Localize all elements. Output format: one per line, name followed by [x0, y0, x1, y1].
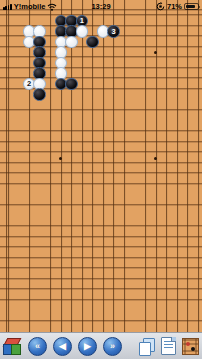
star-point — [59, 157, 62, 160]
star-point — [154, 157, 157, 160]
last-move-button[interactable]: » — [103, 337, 122, 356]
carrier-label: Y!mobile — [14, 2, 46, 11]
app-cube-icon[interactable] — [3, 337, 21, 355]
status-left: Y!mobile — [3, 2, 57, 11]
playback-controls: «◀▶» — [28, 337, 122, 356]
battery-icon — [184, 3, 199, 10]
move-number-label: 1 — [80, 17, 84, 25]
move-number-label: 2 — [27, 80, 31, 88]
toolbar-right — [139, 337, 199, 355]
document-icon[interactable] — [161, 337, 176, 355]
pages-icon[interactable] — [139, 338, 155, 355]
white-stone[interactable] — [76, 25, 89, 38]
white-stone[interactable] — [65, 36, 78, 49]
orientation-lock-icon — [156, 2, 165, 11]
next-move-button[interactable]: ▶ — [78, 337, 97, 356]
go-board[interactable]: 132 — [0, 0, 202, 332]
star-point — [154, 51, 157, 54]
toolbar: «◀▶» — [0, 332, 202, 359]
black-stone[interactable] — [86, 36, 99, 49]
black-stone[interactable]: 3 — [107, 25, 120, 38]
black-stone[interactable] — [33, 88, 46, 101]
move-number-label: 3 — [112, 28, 116, 36]
battery-percent: 71% — [167, 2, 182, 11]
status-bar: Y!mobile 13:29 71% — [0, 0, 202, 13]
mini-board-icon[interactable] — [182, 338, 199, 355]
first-move-button[interactable]: « — [28, 337, 47, 356]
prev-move-button[interactable]: ◀ — [53, 337, 72, 356]
black-stone[interactable] — [65, 78, 78, 91]
cell-signal-icon — [3, 4, 12, 10]
screen: 132 Y!mobile 13:29 71% — [0, 0, 202, 359]
wifi-icon — [47, 3, 57, 11]
status-right: 71% — [156, 2, 199, 11]
